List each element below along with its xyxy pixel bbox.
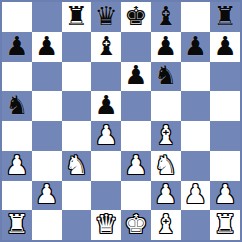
square-e2[interactable] — [121, 181, 151, 211]
white-pawn[interactable]: ♟ — [94, 122, 117, 148]
black-bishop[interactable]: ♝ — [154, 3, 177, 29]
square-h8[interactable]: ♜ — [210, 2, 240, 32]
square-a1[interactable]: ♜ — [2, 210, 32, 240]
square-b5[interactable] — [32, 91, 62, 121]
square-h6[interactable] — [210, 62, 240, 92]
square-f6[interactable]: ♞ — [151, 62, 181, 92]
square-e5[interactable] — [121, 91, 151, 121]
white-pawn[interactable]: ♟ — [35, 181, 58, 207]
square-d1[interactable]: ♛ — [91, 210, 121, 240]
square-f5[interactable] — [151, 91, 181, 121]
white-pawn[interactable]: ♟ — [184, 181, 207, 207]
square-f2[interactable]: ♟ — [151, 181, 181, 211]
black-pawn[interactable]: ♟ — [5, 33, 28, 59]
black-knight[interactable]: ♞ — [5, 92, 28, 118]
white-king[interactable]: ♚ — [124, 211, 147, 237]
square-e8[interactable]: ♚ — [121, 2, 151, 32]
chess-board: ♜♛♚♝♜♟♟♝♟♟♟♟♞♞♟♟♝♟♞♟♞♟♟♟♟♜♛♚♝♜ — [0, 0, 242, 242]
square-b7[interactable]: ♟ — [32, 32, 62, 62]
square-h7[interactable]: ♟ — [210, 32, 240, 62]
square-c3[interactable]: ♞ — [62, 151, 92, 181]
square-c4[interactable] — [62, 121, 92, 151]
square-h2[interactable]: ♟ — [210, 181, 240, 211]
square-h4[interactable] — [210, 121, 240, 151]
square-a7[interactable]: ♟ — [2, 32, 32, 62]
square-a5[interactable]: ♞ — [2, 91, 32, 121]
white-bishop[interactable]: ♝ — [154, 122, 177, 148]
square-a2[interactable] — [2, 181, 32, 211]
black-knight[interactable]: ♞ — [154, 62, 177, 88]
white-pawn[interactable]: ♟ — [124, 152, 147, 178]
black-queen[interactable]: ♛ — [94, 3, 117, 29]
square-c7[interactable] — [62, 32, 92, 62]
black-pawn[interactable]: ♟ — [35, 33, 58, 59]
square-f4[interactable]: ♝ — [151, 121, 181, 151]
square-c8[interactable]: ♜ — [62, 2, 92, 32]
black-pawn[interactable]: ♟ — [154, 33, 177, 59]
square-d3[interactable] — [91, 151, 121, 181]
square-g8[interactable] — [181, 2, 211, 32]
white-rook[interactable]: ♜ — [5, 211, 28, 237]
square-e3[interactable]: ♟ — [121, 151, 151, 181]
square-h5[interactable] — [210, 91, 240, 121]
square-g6[interactable] — [181, 62, 211, 92]
square-b1[interactable] — [32, 210, 62, 240]
square-a8[interactable] — [2, 2, 32, 32]
square-e6[interactable]: ♟ — [121, 62, 151, 92]
black-pawn[interactable]: ♟ — [213, 33, 236, 59]
white-queen[interactable]: ♛ — [94, 211, 117, 237]
square-b8[interactable] — [32, 2, 62, 32]
square-b4[interactable] — [32, 121, 62, 151]
square-b3[interactable] — [32, 151, 62, 181]
square-b2[interactable]: ♟ — [32, 181, 62, 211]
black-pawn[interactable]: ♟ — [184, 33, 207, 59]
square-f7[interactable]: ♟ — [151, 32, 181, 62]
square-a4[interactable] — [2, 121, 32, 151]
square-c2[interactable] — [62, 181, 92, 211]
square-h3[interactable] — [210, 151, 240, 181]
square-c6[interactable] — [62, 62, 92, 92]
square-e4[interactable] — [121, 121, 151, 151]
black-pawn[interactable]: ♟ — [124, 62, 147, 88]
square-d8[interactable]: ♛ — [91, 2, 121, 32]
white-rook[interactable]: ♜ — [213, 211, 236, 237]
white-knight[interactable]: ♞ — [154, 152, 177, 178]
square-d4[interactable]: ♟ — [91, 121, 121, 151]
square-a3[interactable]: ♟ — [2, 151, 32, 181]
black-bishop[interactable]: ♝ — [94, 33, 117, 59]
square-h1[interactable]: ♜ — [210, 210, 240, 240]
square-d7[interactable]: ♝ — [91, 32, 121, 62]
square-e7[interactable] — [121, 32, 151, 62]
white-pawn[interactable]: ♟ — [5, 152, 28, 178]
square-c5[interactable] — [62, 91, 92, 121]
square-c1[interactable] — [62, 210, 92, 240]
black-rook[interactable]: ♜ — [213, 3, 236, 29]
black-rook[interactable]: ♜ — [65, 3, 88, 29]
square-g3[interactable] — [181, 151, 211, 181]
square-d2[interactable] — [91, 181, 121, 211]
square-e1[interactable]: ♚ — [121, 210, 151, 240]
square-d5[interactable]: ♟ — [91, 91, 121, 121]
square-g5[interactable] — [181, 91, 211, 121]
white-pawn[interactable]: ♟ — [154, 181, 177, 207]
square-g2[interactable]: ♟ — [181, 181, 211, 211]
white-bishop[interactable]: ♝ — [154, 211, 177, 237]
black-king[interactable]: ♚ — [124, 3, 147, 29]
square-g7[interactable]: ♟ — [181, 32, 211, 62]
square-b6[interactable] — [32, 62, 62, 92]
square-f1[interactable]: ♝ — [151, 210, 181, 240]
square-f3[interactable]: ♞ — [151, 151, 181, 181]
black-pawn[interactable]: ♟ — [94, 92, 117, 118]
white-knight[interactable]: ♞ — [65, 152, 88, 178]
white-pawn[interactable]: ♟ — [213, 181, 236, 207]
square-a6[interactable] — [2, 62, 32, 92]
square-d6[interactable] — [91, 62, 121, 92]
square-g1[interactable] — [181, 210, 211, 240]
square-f8[interactable]: ♝ — [151, 2, 181, 32]
square-g4[interactable] — [181, 121, 211, 151]
